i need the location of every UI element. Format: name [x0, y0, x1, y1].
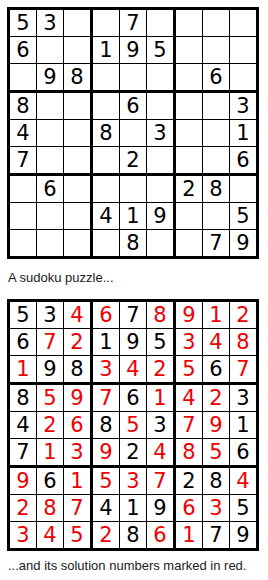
cell-r9c7 [176, 230, 202, 256]
cell-r2c7 [176, 37, 202, 63]
cell-r4c2 [37, 93, 63, 119]
cell-r6c2 [37, 147, 63, 173]
cell-r4c8 [203, 93, 229, 119]
cell-r5c1: 4 [10, 120, 36, 146]
cell-r5c7: 7 [176, 412, 202, 438]
cell-r5c6: 3 [147, 412, 173, 438]
cell-r1c6: 8 [147, 302, 173, 328]
cell-r5c2: 2 [37, 412, 63, 438]
cell-r4c9: 3 [230, 93, 256, 119]
cell-r7c1: 9 [10, 468, 36, 494]
cell-r7c4 [93, 176, 119, 202]
cell-r2c9: 8 [230, 329, 256, 355]
cell-r1c1: 5 [10, 302, 36, 328]
cell-r9c8: 7 [203, 230, 229, 256]
cell-r4c5: 6 [120, 93, 146, 119]
sudoku-box: 28579 [176, 176, 256, 256]
cell-r4c2: 5 [37, 385, 63, 411]
cell-r6c5: 2 [120, 147, 146, 173]
cell-r1c9 [230, 10, 256, 36]
cell-r9c6 [147, 230, 173, 256]
cell-r9c5: 8 [120, 230, 146, 256]
cell-r8c1: 2 [10, 495, 36, 521]
cell-r2c3 [64, 37, 90, 63]
cell-r4c3 [64, 93, 90, 119]
puzzle-caption: A sudoku puzzle... [8, 270, 268, 286]
cell-r9c6: 6 [147, 522, 173, 548]
cell-r2c8: 4 [203, 329, 229, 355]
cell-r6c1: 7 [10, 147, 36, 173]
cell-r6c7 [176, 147, 202, 173]
cell-r3c1 [10, 64, 36, 90]
sudoku-box: 537419286 [93, 468, 173, 548]
cell-r8c4: 4 [93, 495, 119, 521]
cell-r2c2: 7 [37, 329, 63, 355]
cell-r7c4: 5 [93, 468, 119, 494]
cell-r2c2 [37, 37, 63, 63]
cell-r5c5: 5 [120, 412, 146, 438]
cell-r4c4 [93, 93, 119, 119]
cell-r6c6: 4 [147, 439, 173, 465]
cell-r3c9 [230, 64, 256, 90]
cell-r7c5: 3 [120, 468, 146, 494]
sudoku-box: 847 [10, 93, 90, 173]
cell-r7c8: 8 [203, 176, 229, 202]
cell-r8c1 [10, 203, 36, 229]
cell-r7c6: 7 [147, 468, 173, 494]
cell-r7c3: 1 [64, 468, 90, 494]
cell-r4c1: 8 [10, 93, 36, 119]
cell-r6c9: 6 [230, 439, 256, 465]
cell-r6c8: 5 [203, 439, 229, 465]
cell-r8c9: 5 [230, 495, 256, 521]
cell-r7c9 [230, 176, 256, 202]
cell-r5c3: 6 [64, 412, 90, 438]
cell-r1c8 [203, 10, 229, 36]
cell-r2c8 [203, 37, 229, 63]
cell-r2c9 [230, 37, 256, 63]
cell-r7c2: 6 [37, 176, 63, 202]
cell-r3c7 [176, 64, 202, 90]
cell-r2c7: 3 [176, 329, 202, 355]
cell-r5c4: 8 [93, 412, 119, 438]
cell-r7c7: 2 [176, 176, 202, 202]
cell-r7c9: 4 [230, 468, 256, 494]
cell-r5c4: 8 [93, 120, 119, 146]
cell-r7c6 [147, 176, 173, 202]
cell-r6c4: 9 [93, 439, 119, 465]
cell-r2c4: 1 [93, 37, 119, 63]
cell-r4c9: 3 [230, 385, 256, 411]
cell-r9c3: 5 [64, 522, 90, 548]
cell-r2c1: 6 [10, 329, 36, 355]
sudoku-box: 4198 [93, 176, 173, 256]
cell-r3c8: 6 [203, 64, 229, 90]
sudoku-box: 423791856 [176, 385, 256, 465]
cell-r8c5: 1 [120, 203, 146, 229]
cell-r1c9: 2 [230, 302, 256, 328]
cell-r2c4: 1 [93, 329, 119, 355]
cell-r3c5 [120, 64, 146, 90]
cell-r3c2: 9 [37, 64, 63, 90]
cell-r3c4: 3 [93, 356, 119, 382]
cell-r9c7: 1 [176, 522, 202, 548]
cell-r9c8: 7 [203, 522, 229, 548]
cell-r6c7: 8 [176, 439, 202, 465]
cell-r1c5: 7 [120, 10, 146, 36]
sudoku-box: 6 [176, 10, 256, 90]
cell-r4c7 [176, 93, 202, 119]
cell-r3c5: 4 [120, 356, 146, 382]
cell-r5c5 [120, 120, 146, 146]
cell-r8c2: 8 [37, 495, 63, 521]
cell-r9c9: 9 [230, 230, 256, 256]
cell-r7c3 [64, 176, 90, 202]
cell-r8c5: 1 [120, 495, 146, 521]
sudoku-box: 534672198 [10, 302, 90, 382]
cell-r1c1: 5 [10, 10, 36, 36]
cell-r6c9: 6 [230, 147, 256, 173]
cell-r6c3: 3 [64, 439, 90, 465]
cell-r9c5: 8 [120, 522, 146, 548]
cell-r3c9: 7 [230, 356, 256, 382]
cell-r3c4 [93, 64, 119, 90]
cell-r5c8: 9 [203, 412, 229, 438]
cell-r3c6 [147, 64, 173, 90]
cell-r8c8: 3 [203, 495, 229, 521]
cell-r3c3: 8 [64, 356, 90, 382]
cell-r9c2: 4 [37, 522, 63, 548]
sudoku-box: 316 [176, 93, 256, 173]
cell-r3c8: 6 [203, 356, 229, 382]
cell-r2c1: 6 [10, 37, 36, 63]
solution-grid: 5346721986781953429123485678594267137618… [7, 299, 259, 551]
cell-r4c5: 6 [120, 385, 146, 411]
cell-r6c4 [93, 147, 119, 173]
cell-r1c8: 1 [203, 302, 229, 328]
sudoku-box: 6 [10, 176, 90, 256]
cell-r1c2: 3 [37, 10, 63, 36]
cell-r9c3 [64, 230, 90, 256]
cell-r4c4: 7 [93, 385, 119, 411]
cell-r3c1: 1 [10, 356, 36, 382]
cell-r1c4 [93, 10, 119, 36]
cell-r8c6: 9 [147, 495, 173, 521]
cell-r1c6 [147, 10, 173, 36]
cell-r9c4: 2 [93, 522, 119, 548]
cell-r6c6 [147, 147, 173, 173]
solution-caption: ...and its solution numbers marked in re… [8, 558, 268, 574]
cell-r1c7 [176, 10, 202, 36]
cell-r5c9: 1 [230, 120, 256, 146]
sudoku-box: 53698 [10, 10, 90, 90]
cell-r6c2: 1 [37, 439, 63, 465]
cell-r3c3: 8 [64, 64, 90, 90]
cell-r7c7: 2 [176, 468, 202, 494]
sudoku-box: 761853924 [93, 385, 173, 465]
cell-r5c7 [176, 120, 202, 146]
cell-r7c1 [10, 176, 36, 202]
cell-r8c8 [203, 203, 229, 229]
cell-r3c6: 2 [147, 356, 173, 382]
sudoku-box: 7195 [93, 10, 173, 90]
cell-r4c7: 4 [176, 385, 202, 411]
cell-r4c6: 1 [147, 385, 173, 411]
puzzle-grid: 536987195684768323166419828579 [7, 7, 259, 259]
cell-r5c1: 4 [10, 412, 36, 438]
cell-r1c2: 3 [37, 302, 63, 328]
cell-r6c5: 2 [120, 439, 146, 465]
cell-r7c2: 6 [37, 468, 63, 494]
cell-r8c4: 4 [93, 203, 119, 229]
cell-r5c2 [37, 120, 63, 146]
cell-r1c4: 6 [93, 302, 119, 328]
cell-r4c1: 8 [10, 385, 36, 411]
cell-r8c3: 7 [64, 495, 90, 521]
sudoku-box: 284635179 [176, 468, 256, 548]
cell-r8c7 [176, 203, 202, 229]
sudoku-box: 912348567 [176, 302, 256, 382]
cell-r5c9: 1 [230, 412, 256, 438]
cell-r8c2 [37, 203, 63, 229]
cell-r9c1 [10, 230, 36, 256]
cell-r8c6: 9 [147, 203, 173, 229]
sudoku-figure: 536987195684768323166419828579 A sudoku … [7, 7, 268, 574]
sudoku-box: 859426713 [10, 385, 90, 465]
cell-r9c1: 3 [10, 522, 36, 548]
cell-r5c6: 3 [147, 120, 173, 146]
cell-r1c3 [64, 10, 90, 36]
cell-r1c7: 9 [176, 302, 202, 328]
cell-r4c3: 9 [64, 385, 90, 411]
cell-r2c5: 9 [120, 37, 146, 63]
cell-r6c8 [203, 147, 229, 173]
cell-r9c9: 9 [230, 522, 256, 548]
cell-r4c6 [147, 93, 173, 119]
cell-r2c5: 9 [120, 329, 146, 355]
cell-r1c3: 4 [64, 302, 90, 328]
cell-r8c3 [64, 203, 90, 229]
cell-r5c3 [64, 120, 90, 146]
cell-r9c2 [37, 230, 63, 256]
cell-r1c5: 7 [120, 302, 146, 328]
cell-r7c5 [120, 176, 146, 202]
cell-r2c6: 5 [147, 329, 173, 355]
sudoku-box: 678195342 [93, 302, 173, 382]
cell-r6c3 [64, 147, 90, 173]
sudoku-box: 6832 [93, 93, 173, 173]
cell-r7c8: 8 [203, 468, 229, 494]
cell-r5c8 [203, 120, 229, 146]
cell-r6c1: 7 [10, 439, 36, 465]
sudoku-box: 961287345 [10, 468, 90, 548]
cell-r4c8: 2 [203, 385, 229, 411]
cell-r3c2: 9 [37, 356, 63, 382]
cell-r9c4 [93, 230, 119, 256]
cell-r3c7: 5 [176, 356, 202, 382]
cell-r2c6: 5 [147, 37, 173, 63]
cell-r2c3: 2 [64, 329, 90, 355]
cell-r8c9: 5 [230, 203, 256, 229]
cell-r8c7: 6 [176, 495, 202, 521]
